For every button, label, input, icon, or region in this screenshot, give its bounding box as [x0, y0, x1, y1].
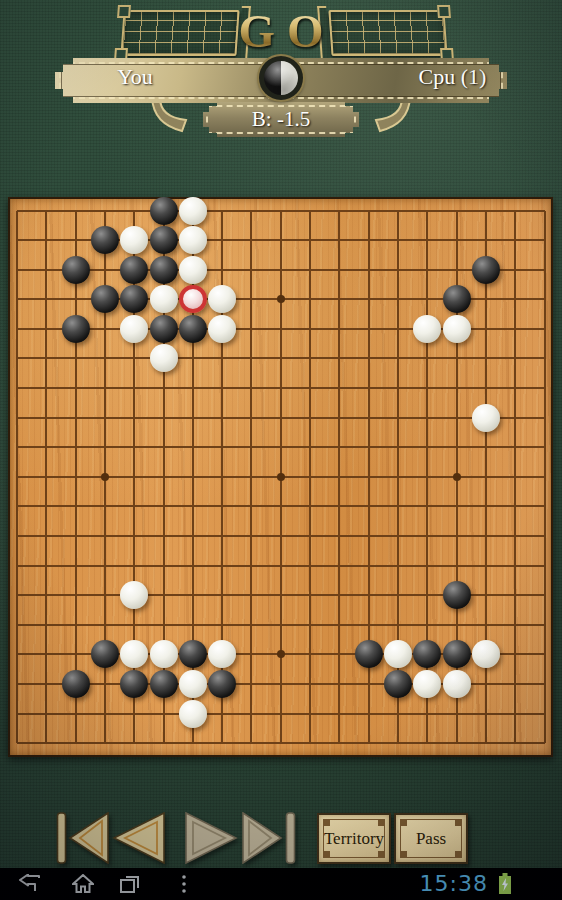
board-intersection[interactable] [237, 728, 266, 758]
board-intersection[interactable] [295, 551, 324, 581]
board-intersection[interactable] [266, 580, 295, 610]
board-intersection[interactable] [325, 284, 354, 314]
board-intersection[interactable] [325, 551, 354, 581]
board-intersection[interactable] [120, 403, 149, 433]
board-intersection[interactable] [90, 225, 119, 255]
board-intersection[interactable] [266, 225, 295, 255]
board-intersection[interactable] [149, 225, 178, 255]
board-intersection[interactable] [325, 610, 354, 640]
board-intersection[interactable] [266, 196, 295, 226]
board-intersection[interactable] [2, 640, 31, 670]
board-intersection[interactable] [530, 669, 559, 699]
board-intersection[interactable] [120, 255, 149, 285]
board-intersection[interactable] [295, 344, 324, 374]
board-intersection[interactable] [266, 521, 295, 551]
board-intersection[interactable] [501, 551, 530, 581]
board-intersection[interactable] [383, 432, 412, 462]
board-intersection[interactable] [295, 196, 324, 226]
board-intersection[interactable] [32, 403, 61, 433]
next-move-button[interactable] [184, 812, 238, 864]
board-intersection[interactable] [530, 610, 559, 640]
board-intersection[interactable] [471, 196, 500, 226]
board-intersection[interactable] [149, 314, 178, 344]
board-intersection[interactable] [120, 728, 149, 758]
board-intersection[interactable] [2, 314, 31, 344]
back-icon[interactable] [18, 874, 42, 894]
board-intersection[interactable] [442, 492, 471, 522]
board-intersection[interactable] [149, 580, 178, 610]
board-intersection[interactable] [530, 373, 559, 403]
board-intersection[interactable] [471, 551, 500, 581]
board-intersection[interactable] [530, 728, 559, 758]
board-intersection[interactable] [32, 669, 61, 699]
board-intersection[interactable] [149, 255, 178, 285]
board-intersection[interactable] [295, 314, 324, 344]
board-intersection[interactable] [149, 196, 178, 226]
board-intersection[interactable] [178, 492, 207, 522]
board-intersection[interactable] [266, 432, 295, 462]
board-intersection[interactable] [501, 462, 530, 492]
board-intersection[interactable] [178, 462, 207, 492]
board-intersection[interactable] [530, 225, 559, 255]
board-intersection[interactable] [61, 196, 90, 226]
board-intersection[interactable] [295, 728, 324, 758]
last-move-button[interactable] [242, 812, 296, 864]
board-intersection[interactable] [471, 521, 500, 551]
board-intersection[interactable] [90, 610, 119, 640]
board-intersection[interactable] [178, 728, 207, 758]
board-intersection[interactable] [32, 492, 61, 522]
board-intersection[interactable] [178, 580, 207, 610]
board-intersection[interactable] [501, 403, 530, 433]
board-intersection[interactable] [2, 196, 31, 226]
board-intersection[interactable] [208, 314, 237, 344]
board-intersection[interactable] [237, 373, 266, 403]
board-intersection[interactable] [383, 699, 412, 729]
board-intersection[interactable] [413, 551, 442, 581]
board-intersection[interactable] [295, 462, 324, 492]
board-intersection[interactable] [266, 403, 295, 433]
board-intersection[interactable] [61, 580, 90, 610]
board-intersection[interactable] [354, 255, 383, 285]
board-intersection[interactable] [120, 492, 149, 522]
board-intersection[interactable] [120, 373, 149, 403]
board-intersection[interactable] [120, 610, 149, 640]
board-intersection[interactable] [32, 728, 61, 758]
board-intersection[interactable] [178, 196, 207, 226]
board-intersection[interactable] [178, 432, 207, 462]
board-intersection[interactable] [149, 462, 178, 492]
board-intersection[interactable] [530, 551, 559, 581]
board-intersection[interactable] [208, 728, 237, 758]
board-intersection[interactable] [501, 580, 530, 610]
board-intersection[interactable] [501, 669, 530, 699]
board-intersection[interactable] [266, 284, 295, 314]
board-intersection[interactable] [32, 344, 61, 374]
board-intersection[interactable] [295, 610, 324, 640]
board-intersection[interactable] [237, 580, 266, 610]
board-intersection[interactable] [237, 225, 266, 255]
board-intersection[interactable] [501, 196, 530, 226]
board-intersection[interactable] [325, 373, 354, 403]
board-intersection[interactable] [354, 728, 383, 758]
board-intersection[interactable] [2, 521, 31, 551]
board-intersection[interactable] [354, 432, 383, 462]
board-intersection[interactable] [354, 344, 383, 374]
board-intersection[interactable] [90, 255, 119, 285]
board-intersection[interactable] [61, 462, 90, 492]
board-intersection[interactable] [32, 521, 61, 551]
board-intersection[interactable] [442, 284, 471, 314]
board-intersection[interactable] [237, 669, 266, 699]
board-intersection[interactable] [32, 314, 61, 344]
board-intersection[interactable] [413, 403, 442, 433]
board-intersection[interactable] [32, 432, 61, 462]
board-intersection[interactable] [530, 344, 559, 374]
board-intersection[interactable] [266, 492, 295, 522]
board-intersection[interactable] [471, 462, 500, 492]
board-intersection[interactable] [178, 314, 207, 344]
board-intersection[interactable] [471, 225, 500, 255]
board-intersection[interactable] [2, 432, 31, 462]
board-intersection[interactable] [237, 284, 266, 314]
board-intersection[interactable] [208, 640, 237, 670]
board-intersection[interactable] [90, 344, 119, 374]
board-intersection[interactable] [90, 373, 119, 403]
board-intersection[interactable] [471, 344, 500, 374]
pass-button[interactable]: Pass [394, 813, 468, 864]
board-intersection[interactable] [266, 669, 295, 699]
board-intersection[interactable] [383, 403, 412, 433]
board-intersection[interactable] [383, 284, 412, 314]
board-intersection[interactable] [413, 699, 442, 729]
board-intersection[interactable] [354, 640, 383, 670]
board-intersection[interactable] [120, 669, 149, 699]
board-intersection[interactable] [61, 314, 90, 344]
board-intersection[interactable] [120, 432, 149, 462]
board-intersection[interactable] [61, 699, 90, 729]
board-intersection[interactable] [149, 610, 178, 640]
board-intersection[interactable] [208, 551, 237, 581]
board-intersection[interactable] [471, 610, 500, 640]
board-intersection[interactable] [295, 255, 324, 285]
board-intersection[interactable] [530, 284, 559, 314]
board-intersection[interactable] [90, 521, 119, 551]
board-intersection[interactable] [266, 462, 295, 492]
board-intersection[interactable] [442, 610, 471, 640]
board-intersection[interactable] [120, 521, 149, 551]
board-intersection[interactable] [501, 699, 530, 729]
board-intersection[interactable] [149, 373, 178, 403]
board-intersection[interactable] [442, 373, 471, 403]
board-intersection[interactable] [413, 344, 442, 374]
board-intersection[interactable] [501, 373, 530, 403]
board-intersection[interactable] [61, 610, 90, 640]
board-intersection[interactable] [530, 196, 559, 226]
board-intersection[interactable] [178, 521, 207, 551]
board-intersection[interactable] [295, 492, 324, 522]
board-intersection[interactable] [208, 580, 237, 610]
board-intersection[interactable] [354, 225, 383, 255]
board-intersection[interactable] [325, 403, 354, 433]
board-intersection[interactable] [325, 699, 354, 729]
board-intersection[interactable] [354, 492, 383, 522]
board-intersection[interactable] [208, 462, 237, 492]
board-intersection[interactable] [471, 640, 500, 670]
board-intersection[interactable] [442, 344, 471, 374]
board-intersection[interactable] [32, 196, 61, 226]
board-intersection[interactable] [383, 492, 412, 522]
board-intersection[interactable] [530, 699, 559, 729]
board-intersection[interactable] [2, 728, 31, 758]
board-intersection[interactable] [413, 640, 442, 670]
board-intersection[interactable] [413, 255, 442, 285]
board-intersection[interactable] [208, 373, 237, 403]
board-intersection[interactable] [149, 344, 178, 374]
board-intersection[interactable] [61, 432, 90, 462]
board-intersection[interactable] [208, 610, 237, 640]
territory-button[interactable]: Territory [317, 813, 391, 864]
board-intersection[interactable] [471, 314, 500, 344]
board-intersection[interactable] [266, 728, 295, 758]
board-intersection[interactable] [90, 314, 119, 344]
board-intersection[interactable] [2, 551, 31, 581]
board-intersection[interactable] [354, 580, 383, 610]
board-intersection[interactable] [149, 640, 178, 670]
board-intersection[interactable] [325, 196, 354, 226]
board-intersection[interactable] [442, 728, 471, 758]
board-intersection[interactable] [413, 373, 442, 403]
board-intersection[interactable] [295, 640, 324, 670]
board-intersection[interactable] [325, 344, 354, 374]
board-intersection[interactable] [208, 699, 237, 729]
board-intersection[interactable] [530, 403, 559, 433]
board-intersection[interactable] [120, 699, 149, 729]
board-intersection[interactable] [90, 284, 119, 314]
board-intersection[interactable] [501, 521, 530, 551]
board-intersection[interactable] [471, 403, 500, 433]
home-icon[interactable] [72, 874, 94, 894]
board-intersection[interactable] [32, 225, 61, 255]
board-intersection[interactable] [471, 492, 500, 522]
board-intersection[interactable] [237, 403, 266, 433]
board-intersection[interactable] [266, 314, 295, 344]
board-intersection[interactable] [354, 521, 383, 551]
board-intersection[interactable] [237, 432, 266, 462]
board-intersection[interactable] [120, 284, 149, 314]
board-intersection[interactable] [208, 225, 237, 255]
board-intersection[interactable] [178, 373, 207, 403]
board-intersection[interactable] [237, 551, 266, 581]
board-intersection[interactable] [61, 492, 90, 522]
board-intersection[interactable] [413, 462, 442, 492]
board-intersection[interactable] [325, 640, 354, 670]
board-intersection[interactable] [413, 284, 442, 314]
recents-icon[interactable] [119, 874, 141, 894]
board-intersection[interactable] [530, 492, 559, 522]
board-intersection[interactable] [208, 669, 237, 699]
board-intersection[interactable] [442, 314, 471, 344]
board-intersection[interactable] [295, 432, 324, 462]
board-intersection[interactable] [471, 284, 500, 314]
board-intersection[interactable] [413, 196, 442, 226]
board-intersection[interactable] [383, 640, 412, 670]
board-intersection[interactable] [530, 521, 559, 551]
board-intersection[interactable] [413, 580, 442, 610]
board-intersection[interactable] [120, 196, 149, 226]
board-intersection[interactable] [295, 225, 324, 255]
board-intersection[interactable] [413, 432, 442, 462]
board-intersection[interactable] [149, 492, 178, 522]
board-intersection[interactable] [61, 728, 90, 758]
board-intersection[interactable] [530, 462, 559, 492]
board-intersection[interactable] [383, 344, 412, 374]
board-intersection[interactable] [149, 728, 178, 758]
board-intersection[interactable] [413, 669, 442, 699]
board-intersection[interactable] [90, 196, 119, 226]
board-intersection[interactable] [295, 580, 324, 610]
board-intersection[interactable] [471, 580, 500, 610]
board-intersection[interactable] [325, 669, 354, 699]
board-intersection[interactable] [237, 255, 266, 285]
board-intersection[interactable] [501, 225, 530, 255]
board-intersection[interactable] [178, 699, 207, 729]
board-intersection[interactable] [354, 403, 383, 433]
first-move-button[interactable] [56, 812, 110, 864]
board-intersection[interactable] [2, 699, 31, 729]
board-intersection[interactable] [471, 373, 500, 403]
board-intersection[interactable] [149, 403, 178, 433]
board-intersection[interactable] [442, 462, 471, 492]
board-intersection[interactable] [501, 610, 530, 640]
board-intersection[interactable] [178, 284, 207, 314]
board-intersection[interactable] [32, 610, 61, 640]
board-intersection[interactable] [32, 373, 61, 403]
board-intersection[interactable] [413, 728, 442, 758]
board-intersection[interactable] [237, 640, 266, 670]
board-intersection[interactable] [354, 373, 383, 403]
board-intersection[interactable] [354, 196, 383, 226]
board-intersection[interactable] [61, 551, 90, 581]
board-intersection[interactable] [237, 492, 266, 522]
board-intersection[interactable] [237, 610, 266, 640]
board-intersection[interactable] [530, 432, 559, 462]
board-intersection[interactable] [120, 314, 149, 344]
board-intersection[interactable] [2, 344, 31, 374]
board-intersection[interactable] [442, 669, 471, 699]
board-intersection[interactable] [383, 373, 412, 403]
board-intersection[interactable] [32, 699, 61, 729]
board-intersection[interactable] [295, 403, 324, 433]
board-intersection[interactable] [237, 344, 266, 374]
board-intersection[interactable] [208, 196, 237, 226]
board-intersection[interactable] [501, 492, 530, 522]
board-intersection[interactable] [442, 403, 471, 433]
board-intersection[interactable] [501, 640, 530, 670]
board-intersection[interactable] [149, 432, 178, 462]
board-intersection[interactable] [2, 492, 31, 522]
board-intersection[interactable] [178, 225, 207, 255]
board-intersection[interactable] [383, 196, 412, 226]
board-intersection[interactable] [325, 314, 354, 344]
board-intersection[interactable] [237, 521, 266, 551]
board-intersection[interactable] [413, 492, 442, 522]
board-intersection[interactable] [208, 403, 237, 433]
board-intersection[interactable] [383, 521, 412, 551]
board-intersection[interactable] [61, 521, 90, 551]
board-intersection[interactable] [354, 699, 383, 729]
board-intersection[interactable] [383, 255, 412, 285]
board-intersection[interactable] [120, 580, 149, 610]
board-intersection[interactable] [442, 432, 471, 462]
board-intersection[interactable] [501, 728, 530, 758]
board-intersection[interactable] [61, 640, 90, 670]
board-intersection[interactable] [120, 640, 149, 670]
board-intersection[interactable] [90, 403, 119, 433]
board-intersection[interactable] [149, 699, 178, 729]
board-intersection[interactable] [2, 225, 31, 255]
board-intersection[interactable] [471, 728, 500, 758]
board-intersection[interactable] [2, 462, 31, 492]
board-intersection[interactable] [383, 551, 412, 581]
board-intersection[interactable] [208, 284, 237, 314]
board-intersection[interactable] [530, 314, 559, 344]
board-intersection[interactable] [2, 610, 31, 640]
board-intersection[interactable] [413, 521, 442, 551]
board-intersection[interactable] [325, 432, 354, 462]
board-intersection[interactable] [413, 610, 442, 640]
board-intersection[interactable] [90, 580, 119, 610]
board-intersection[interactable] [471, 669, 500, 699]
board-intersection[interactable] [442, 699, 471, 729]
board-intersection[interactable] [530, 580, 559, 610]
board-intersection[interactable] [295, 284, 324, 314]
board-intersection[interactable] [413, 225, 442, 255]
board-intersection[interactable] [178, 669, 207, 699]
board-intersection[interactable] [178, 640, 207, 670]
board-intersection[interactable] [266, 551, 295, 581]
board-intersection[interactable] [442, 551, 471, 581]
board-intersection[interactable] [501, 314, 530, 344]
board-intersection[interactable] [442, 580, 471, 610]
board-intersection[interactable] [295, 521, 324, 551]
board-intersection[interactable] [90, 699, 119, 729]
board-intersection[interactable] [90, 492, 119, 522]
board-intersection[interactable] [61, 255, 90, 285]
board-intersection[interactable] [208, 255, 237, 285]
board-intersection[interactable] [2, 580, 31, 610]
board-intersection[interactable] [325, 462, 354, 492]
board-intersection[interactable] [266, 610, 295, 640]
board-intersection[interactable] [32, 462, 61, 492]
board-intersection[interactable] [237, 462, 266, 492]
board-intersection[interactable] [90, 728, 119, 758]
board-intersection[interactable] [61, 403, 90, 433]
board-intersection[interactable] [178, 344, 207, 374]
board-intersection[interactable] [90, 432, 119, 462]
board-intersection[interactable] [32, 255, 61, 285]
board-intersection[interactable] [266, 373, 295, 403]
board-intersection[interactable] [295, 669, 324, 699]
board-intersection[interactable] [90, 462, 119, 492]
board-intersection[interactable] [442, 521, 471, 551]
board-intersection[interactable] [471, 699, 500, 729]
board-intersection[interactable] [442, 225, 471, 255]
board-intersection[interactable] [237, 699, 266, 729]
board-intersection[interactable] [149, 521, 178, 551]
board-intersection[interactable] [501, 255, 530, 285]
board-intersection[interactable] [413, 314, 442, 344]
